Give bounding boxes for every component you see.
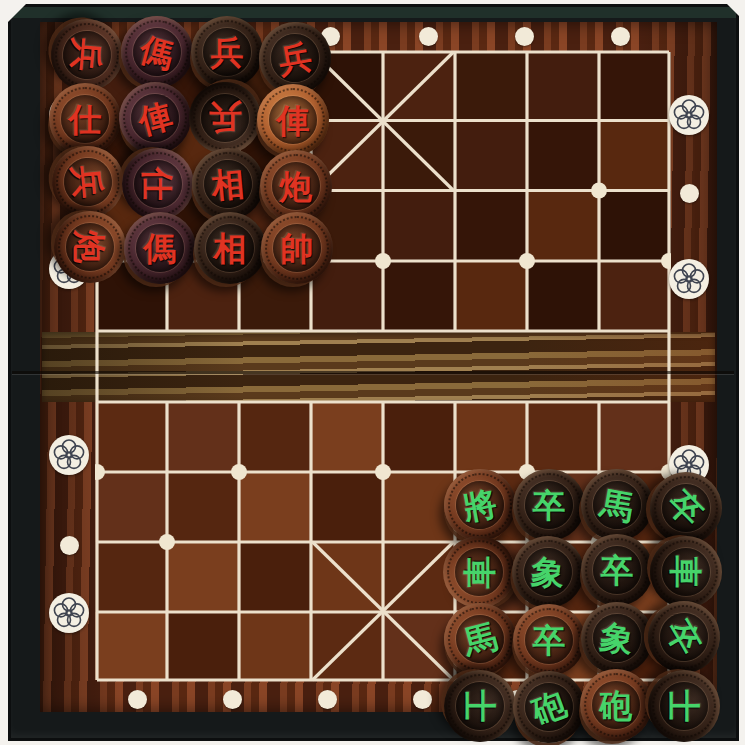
piece-face: 俥 [126,89,185,148]
piece-green-士[interactable]: 士 [648,670,720,742]
piece-face: 兵 [62,156,114,208]
margin-dot-inlay [413,690,432,709]
piece-face: 車 [455,548,503,596]
piece-face: 卒 [525,481,573,529]
piece-face: 卒 [652,474,720,542]
piece-character: 相 [210,166,246,202]
piece-red-仕[interactable]: 仕 [122,148,194,220]
piece-red-相[interactable]: 相 [194,212,266,284]
piece-face: 相 [206,224,254,272]
piece-face: 仕 [61,95,109,143]
piece-character: 卒 [601,554,634,587]
plum-blossom-icon [53,439,85,471]
piece-character: 傌 [137,32,177,72]
piece-green-卒[interactable]: 卒 [513,604,585,676]
piece-face: 相 [202,158,254,210]
piece-character: 車 [463,556,496,589]
piece-face: 仕 [134,160,182,208]
plum-blossom-icon [53,597,85,629]
piece-red-帥[interactable]: 帥 [261,212,333,284]
piece-character: 仕 [69,103,102,136]
piece-character: 卒 [533,624,566,657]
piece-character: 將 [461,486,499,524]
fold-seam [12,371,734,374]
piece-character: 士 [464,690,497,723]
margin-dot-inlay [223,690,242,709]
piece-red-兵[interactable]: 兵 [191,16,263,88]
piece-character: 士 [668,690,701,723]
piece-character: 砲 [528,686,570,728]
plum-blossom-icon [673,263,705,295]
plum-blossom-inlay [669,259,709,299]
piece-red-兵[interactable]: 兵 [189,82,261,154]
piece-character: 卒 [661,614,706,659]
margin-dot-inlay [128,690,147,709]
piece-character: 馬 [460,619,500,659]
piece-character: 俥 [135,98,175,138]
piece-green-砲[interactable]: 砲 [580,669,652,741]
piece-red-俥[interactable]: 俥 [257,84,329,156]
piece-character: 俥 [277,104,310,137]
piece-character: 卒 [663,485,710,532]
piece-green-車[interactable]: 車 [650,536,722,608]
piece-face: 砲 [518,676,580,738]
piece-character: 象 [598,619,636,657]
piece-character: 馬 [598,486,636,524]
piece-red-炮[interactable]: 炮 [54,211,126,283]
xiangqi-set-photo: 兵傌兵兵仕俥兵俥兵仕相炮炮傌相帥將卒馬卒車象卒車馬卒象卒士砲砲士 [0,0,745,745]
piece-character: 象 [530,554,566,590]
piece-character: 車 [670,556,703,589]
piece-character: 帥 [281,232,314,265]
piece-face: 兵 [201,94,249,142]
piece-green-士[interactable]: 士 [444,670,516,742]
piece-green-卒[interactable]: 卒 [513,469,585,541]
piece-face: 將 [452,477,508,533]
piece-face: 兵 [203,28,251,76]
plum-blossom-inlay [669,95,709,135]
margin-dot-inlay [680,184,699,203]
piece-face: 傌 [128,23,187,82]
piece-character: 卒 [533,489,566,522]
plum-blossom-inlay [49,593,89,633]
plum-blossom-icon [673,99,705,131]
piece-face: 兵 [267,30,323,86]
piece-character: 砲 [600,689,633,722]
piece-character: 兵 [209,102,242,135]
piece-face: 炮 [272,162,320,210]
piece-face: 卒 [525,616,573,664]
piece-face: 車 [662,548,710,596]
piece-face: 俥 [269,96,317,144]
piece-face: 士 [660,682,708,730]
piece-face: 馬 [589,477,645,533]
piece-face: 兵 [61,29,113,81]
piece-face: 象 [589,610,645,666]
piece-green-卒[interactable]: 卒 [581,534,653,606]
piece-character: 仕 [142,168,175,201]
piece-character: 傌 [144,232,177,265]
piece-face: 帥 [273,224,321,272]
margin-dot-inlay [318,690,337,709]
margin-dot-inlay [419,27,438,46]
piece-character: 炮 [74,231,107,264]
piece-face: 卒 [651,604,717,670]
piece-character: 相 [214,232,247,265]
margin-dot-inlay [515,27,534,46]
piece-character: 兵 [69,37,105,73]
piece-character: 兵 [276,39,314,77]
piece-character: 兵 [211,36,244,69]
piece-face: 象 [522,546,574,598]
piece-green-車[interactable]: 車 [443,536,515,608]
piece-character: 炮 [280,170,313,203]
piece-face: 砲 [592,681,640,729]
piece-face: 卒 [593,546,641,594]
margin-dot-inlay [611,27,630,46]
piece-face: 傌 [136,224,184,272]
piece-red-仕[interactable]: 仕 [49,83,121,155]
piece-red-傌[interactable]: 傌 [124,212,196,284]
piece-face: 馬 [451,610,510,669]
plum-blossom-inlay [49,435,89,475]
piece-face: 炮 [66,223,114,271]
piece-face: 士 [456,682,504,730]
piece-character: 兵 [70,164,106,200]
margin-dot-inlay [60,536,79,555]
